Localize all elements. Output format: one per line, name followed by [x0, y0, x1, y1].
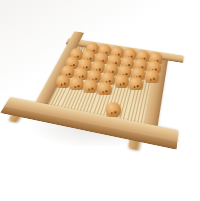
wooden-ball-piece[interactable]: ●	[145, 70, 159, 84]
wooden-ball-piece[interactable]: ●	[115, 74, 129, 88]
product-photo-scene: ●●●●●●●●●●●●●●●●●●●●●●●●●●●●●●●	[0, 0, 200, 201]
wooden-ball-piece[interactable]: ●	[69, 77, 83, 91]
wooden-ball-piece[interactable]: ●	[106, 102, 122, 118]
wooden-ball-piece[interactable]: ●	[83, 79, 97, 93]
wooden-ball-piece[interactable]: ●	[56, 74, 70, 88]
wooden-ball-piece[interactable]: ●	[97, 82, 112, 97]
board-cell-r4c5	[126, 89, 143, 102]
wooden-tray-board: ●●●●●●●●●●●●●●●●●●●●●●●●●●●●●●●	[32, 40, 169, 139]
